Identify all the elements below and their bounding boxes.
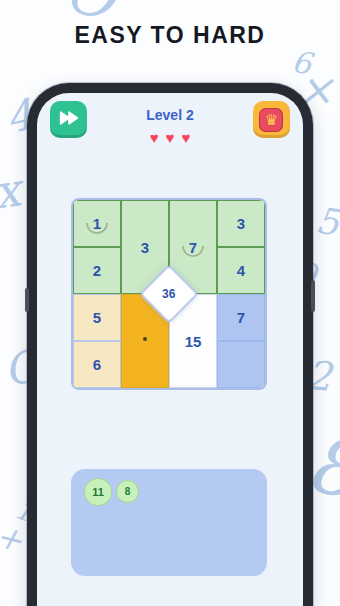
phone-power-button xyxy=(311,280,315,312)
board-cell-r3c4[interactable]: 7 xyxy=(217,294,265,341)
cell-value: 4 xyxy=(237,262,245,279)
page-title: EASY TO HARD xyxy=(0,22,340,49)
cell-value: 7 xyxy=(237,309,245,326)
fast-forward-button[interactable] xyxy=(50,101,87,138)
puzzle-board: 1373245157636 xyxy=(71,198,267,390)
chip-tray: 118 xyxy=(71,469,267,576)
board-cell-r4c4[interactable] xyxy=(217,341,265,388)
chip-slot-arc xyxy=(182,246,204,257)
phone-screen: Level 2 ♥♥♥ ♛ 1373245157636 118 xyxy=(37,93,303,606)
lives-hearts: ♥♥♥ xyxy=(150,130,191,145)
target-dot xyxy=(143,337,147,341)
handwritten-doodle-+: + xyxy=(0,519,26,557)
board-cell-r1c1[interactable]: 1 xyxy=(73,200,121,247)
phone-frame: Level 2 ♥♥♥ ♛ 1373245157636 118 xyxy=(27,83,313,606)
cell-value: 5 xyxy=(93,309,101,326)
crown-icon: ♛ xyxy=(259,108,283,132)
heart-icon: ♥ xyxy=(181,130,190,145)
handwritten-doodle-x: x xyxy=(0,166,23,215)
crown-badge-button[interactable]: ♛ xyxy=(253,101,290,138)
cell-value: 3 xyxy=(237,215,245,232)
game-header: Level 2 ♥♥♥ ♛ xyxy=(37,93,303,145)
number-chip-11[interactable]: 11 xyxy=(84,478,112,506)
board-cell-r2c4[interactable]: 4 xyxy=(217,247,265,294)
level-info: Level 2 ♥♥♥ xyxy=(146,101,193,145)
board-cell-r3c1[interactable]: 5 xyxy=(73,294,121,341)
level-label: Level 2 xyxy=(146,107,193,123)
board-cell-r2c1[interactable]: 2 xyxy=(73,247,121,294)
heart-icon: ♥ xyxy=(150,130,159,145)
cell-value: 15 xyxy=(185,333,202,350)
board-cell-r1c4[interactable]: 3 xyxy=(217,200,265,247)
cell-value: 6 xyxy=(93,356,101,373)
cell-value: 2 xyxy=(93,262,101,279)
number-chip-8[interactable]: 8 xyxy=(116,480,139,503)
phone-volume-button xyxy=(25,288,29,312)
fast-forward-icon xyxy=(59,111,79,128)
handwritten-doodle-5: 5 xyxy=(314,203,340,242)
heart-icon: ♥ xyxy=(166,130,175,145)
chip-slot-arc xyxy=(86,223,108,234)
diamond-target-value: 36 xyxy=(162,287,175,301)
board-cell-r4c1[interactable]: 6 xyxy=(73,341,121,388)
cell-value: 3 xyxy=(141,239,149,256)
